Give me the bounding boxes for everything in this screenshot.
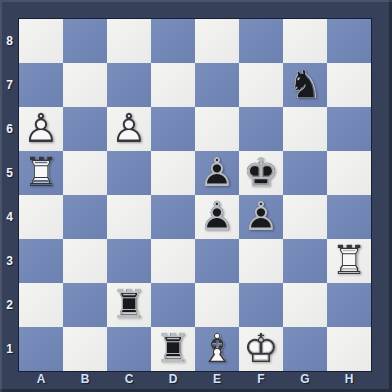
square-a1[interactable]	[19, 327, 63, 371]
square-a6[interactable]: ♟♙	[19, 107, 63, 151]
rank-label-6: 6	[0, 107, 19, 151]
square-h2[interactable]	[327, 283, 371, 327]
square-c7[interactable]	[107, 63, 151, 107]
piece-black-rook[interactable]: ♜♖	[107, 283, 151, 327]
square-e8[interactable]	[195, 19, 239, 63]
piece-black-king[interactable]: ♚♔	[239, 151, 283, 195]
square-h8[interactable]	[327, 19, 371, 63]
square-h4[interactable]	[327, 195, 371, 239]
rank-label-8: 8	[0, 19, 19, 63]
piece-white-rook[interactable]: ♜♖	[327, 239, 371, 283]
chess-board: ♞♘♟♙♟♙♜♖♟♙♚♔♟♙♟♙♜♖♜♖♜♖♝♗♚♔	[19, 19, 371, 371]
file-label-b: B	[63, 370, 107, 390]
square-b2[interactable]	[63, 283, 107, 327]
square-g5[interactable]	[283, 151, 327, 195]
rank-label-1: 1	[0, 327, 19, 371]
file-label-h: H	[327, 370, 371, 390]
square-d3[interactable]	[151, 239, 195, 283]
square-b7[interactable]	[63, 63, 107, 107]
square-a3[interactable]	[19, 239, 63, 283]
square-g7[interactable]: ♞♘	[283, 63, 327, 107]
square-g6[interactable]	[283, 107, 327, 151]
square-b4[interactable]	[63, 195, 107, 239]
square-f2[interactable]	[239, 283, 283, 327]
square-e4[interactable]: ♟♙	[195, 195, 239, 239]
square-g2[interactable]	[283, 283, 327, 327]
square-c5[interactable]	[107, 151, 151, 195]
square-c6[interactable]: ♟♙	[107, 107, 151, 151]
square-a2[interactable]	[19, 283, 63, 327]
piece-white-bishop[interactable]: ♝♗	[195, 327, 239, 371]
file-label-d: D	[151, 370, 195, 390]
square-e5[interactable]: ♟♙	[195, 151, 239, 195]
rank-label-3: 3	[0, 239, 19, 283]
square-e7[interactable]	[195, 63, 239, 107]
board-frame: ♞♘♟♙♟♙♜♖♟♙♚♔♟♙♟♙♜♖♜♖♜♖♝♗♚♔ 87654321 ABCD…	[0, 0, 392, 392]
square-c2[interactable]: ♜♖	[107, 283, 151, 327]
square-d4[interactable]	[151, 195, 195, 239]
square-d1[interactable]: ♜♖	[151, 327, 195, 371]
square-c1[interactable]	[107, 327, 151, 371]
file-label-e: E	[195, 370, 239, 390]
square-c3[interactable]	[107, 239, 151, 283]
square-b8[interactable]	[63, 19, 107, 63]
square-d6[interactable]	[151, 107, 195, 151]
square-a7[interactable]	[19, 63, 63, 107]
square-a8[interactable]	[19, 19, 63, 63]
square-g4[interactable]	[283, 195, 327, 239]
piece-white-king[interactable]: ♚♔	[239, 327, 283, 371]
file-label-g: G	[283, 370, 327, 390]
rank-label-7: 7	[0, 63, 19, 107]
square-e1[interactable]: ♝♗	[195, 327, 239, 371]
square-h3[interactable]: ♜♖	[327, 239, 371, 283]
square-g3[interactable]	[283, 239, 327, 283]
square-e3[interactable]	[195, 239, 239, 283]
square-h6[interactable]	[327, 107, 371, 151]
square-h1[interactable]	[327, 327, 371, 371]
square-e2[interactable]	[195, 283, 239, 327]
square-f7[interactable]	[239, 63, 283, 107]
square-f1[interactable]: ♚♔	[239, 327, 283, 371]
piece-black-rook[interactable]: ♜♖	[151, 327, 195, 371]
square-c8[interactable]	[107, 19, 151, 63]
piece-white-rook[interactable]: ♜♖	[19, 151, 63, 195]
square-h7[interactable]	[327, 63, 371, 107]
square-d8[interactable]	[151, 19, 195, 63]
square-e6[interactable]	[195, 107, 239, 151]
square-d2[interactable]	[151, 283, 195, 327]
rank-label-4: 4	[0, 195, 19, 239]
square-g8[interactable]	[283, 19, 327, 63]
piece-black-pawn[interactable]: ♟♙	[239, 195, 283, 239]
square-f4[interactable]: ♟♙	[239, 195, 283, 239]
square-f3[interactable]	[239, 239, 283, 283]
square-b5[interactable]	[63, 151, 107, 195]
piece-white-pawn[interactable]: ♟♙	[107, 107, 151, 151]
square-a4[interactable]	[19, 195, 63, 239]
square-a5[interactable]: ♜♖	[19, 151, 63, 195]
square-f5[interactable]: ♚♔	[239, 151, 283, 195]
file-label-c: C	[107, 370, 151, 390]
file-label-a: A	[19, 370, 63, 390]
square-b3[interactable]	[63, 239, 107, 283]
square-b6[interactable]	[63, 107, 107, 151]
rank-label-5: 5	[0, 151, 19, 195]
square-d7[interactable]	[151, 63, 195, 107]
piece-black-knight[interactable]: ♞♘	[283, 63, 327, 107]
square-h5[interactable]	[327, 151, 371, 195]
square-f8[interactable]	[239, 19, 283, 63]
rank-label-2: 2	[0, 283, 19, 327]
square-b1[interactable]	[63, 327, 107, 371]
square-f6[interactable]	[239, 107, 283, 151]
piece-white-pawn[interactable]: ♟♙	[19, 107, 63, 151]
square-c4[interactable]	[107, 195, 151, 239]
file-label-f: F	[239, 370, 283, 390]
square-g1[interactable]	[283, 327, 327, 371]
square-d5[interactable]	[151, 151, 195, 195]
piece-black-pawn[interactable]: ♟♙	[195, 195, 239, 239]
piece-black-pawn[interactable]: ♟♙	[195, 151, 239, 195]
